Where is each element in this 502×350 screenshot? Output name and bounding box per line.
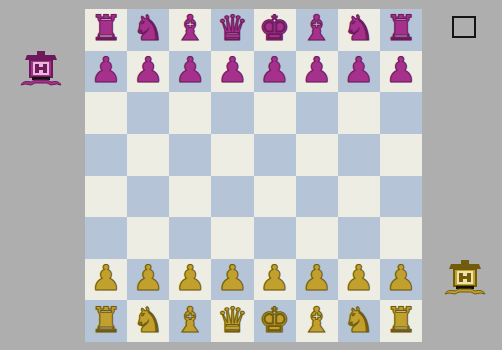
piece-white-gold-bishop[interactable]: ♝ bbox=[175, 303, 206, 338]
square-f2[interactable]: ♟ bbox=[296, 259, 338, 301]
piece-black-purple-knight[interactable]: ♞ bbox=[132, 11, 163, 46]
piece-white-gold-pawn[interactable]: ♟ bbox=[175, 261, 206, 296]
square-b7[interactable]: ♟ bbox=[127, 51, 169, 93]
square-h2[interactable]: ♟ bbox=[380, 259, 422, 301]
square-d8[interactable]: ♛ bbox=[211, 9, 253, 51]
square-e2[interactable]: ♟ bbox=[254, 259, 296, 301]
square-d1[interactable]: ♛ bbox=[211, 300, 253, 342]
square-c1[interactable]: ♝ bbox=[169, 300, 211, 342]
square-e8[interactable]: ♚ bbox=[254, 9, 296, 51]
square-h3[interactable] bbox=[380, 217, 422, 259]
piece-white-gold-pawn[interactable]: ♟ bbox=[259, 261, 290, 296]
piece-black-purple-bishop[interactable]: ♝ bbox=[301, 11, 332, 46]
square-g5[interactable] bbox=[338, 134, 380, 176]
piece-black-purple-pawn[interactable]: ♟ bbox=[259, 53, 290, 88]
square-f6[interactable] bbox=[296, 92, 338, 134]
piece-white-gold-pawn[interactable]: ♟ bbox=[343, 261, 374, 296]
square-c5[interactable] bbox=[169, 134, 211, 176]
piece-black-purple-pawn[interactable]: ♟ bbox=[217, 53, 248, 88]
square-b4[interactable] bbox=[127, 176, 169, 218]
square-b3[interactable] bbox=[127, 217, 169, 259]
square-a5[interactable] bbox=[85, 134, 127, 176]
square-h1[interactable]: ♜ bbox=[380, 300, 422, 342]
square-a8[interactable]: ♜ bbox=[85, 9, 127, 51]
piece-black-purple-queen[interactable]: ♛ bbox=[217, 11, 248, 46]
square-c2[interactable]: ♟ bbox=[169, 259, 211, 301]
square-h6[interactable] bbox=[380, 92, 422, 134]
square-g8[interactable]: ♞ bbox=[338, 9, 380, 51]
square-d7[interactable]: ♟ bbox=[211, 51, 253, 93]
square-h7[interactable]: ♟ bbox=[380, 51, 422, 93]
square-b6[interactable] bbox=[127, 92, 169, 134]
square-e5[interactable] bbox=[254, 134, 296, 176]
square-c8[interactable]: ♝ bbox=[169, 9, 211, 51]
piece-white-gold-pawn[interactable]: ♟ bbox=[132, 261, 163, 296]
square-c7[interactable]: ♟ bbox=[169, 51, 211, 93]
square-b1[interactable]: ♞ bbox=[127, 300, 169, 342]
square-f8[interactable]: ♝ bbox=[296, 9, 338, 51]
piece-white-gold-pawn[interactable]: ♟ bbox=[217, 261, 248, 296]
square-h5[interactable] bbox=[380, 134, 422, 176]
square-g3[interactable] bbox=[338, 217, 380, 259]
square-h8[interactable]: ♜ bbox=[380, 9, 422, 51]
piece-black-purple-pawn[interactable]: ♟ bbox=[385, 53, 416, 88]
black-player-rook-badge-icon bbox=[19, 51, 63, 89]
piece-white-gold-pawn[interactable]: ♟ bbox=[90, 261, 121, 296]
square-d6[interactable] bbox=[211, 92, 253, 134]
square-e1[interactable]: ♚ bbox=[254, 300, 296, 342]
square-e4[interactable] bbox=[254, 176, 296, 218]
square-g2[interactable]: ♟ bbox=[338, 259, 380, 301]
square-e7[interactable]: ♟ bbox=[254, 51, 296, 93]
corner-box-button[interactable] bbox=[452, 16, 476, 38]
square-g1[interactable]: ♞ bbox=[338, 300, 380, 342]
square-e3[interactable] bbox=[254, 217, 296, 259]
square-d4[interactable] bbox=[211, 176, 253, 218]
square-c4[interactable] bbox=[169, 176, 211, 218]
piece-white-gold-king[interactable]: ♚ bbox=[259, 303, 290, 338]
square-a2[interactable]: ♟ bbox=[85, 259, 127, 301]
square-b8[interactable]: ♞ bbox=[127, 9, 169, 51]
piece-black-purple-pawn[interactable]: ♟ bbox=[301, 53, 332, 88]
piece-black-purple-rook[interactable]: ♜ bbox=[385, 11, 416, 46]
piece-black-purple-pawn[interactable]: ♟ bbox=[90, 53, 121, 88]
piece-black-purple-pawn[interactable]: ♟ bbox=[343, 53, 374, 88]
square-a7[interactable]: ♟ bbox=[85, 51, 127, 93]
square-c3[interactable] bbox=[169, 217, 211, 259]
square-a6[interactable] bbox=[85, 92, 127, 134]
piece-white-gold-pawn[interactable]: ♟ bbox=[301, 261, 332, 296]
piece-black-purple-knight[interactable]: ♞ bbox=[343, 11, 374, 46]
piece-white-gold-pawn[interactable]: ♟ bbox=[385, 261, 416, 296]
piece-white-gold-rook[interactable]: ♜ bbox=[385, 303, 416, 338]
square-f5[interactable] bbox=[296, 134, 338, 176]
square-f4[interactable] bbox=[296, 176, 338, 218]
piece-white-gold-knight[interactable]: ♞ bbox=[343, 303, 374, 338]
square-e6[interactable] bbox=[254, 92, 296, 134]
piece-black-purple-rook[interactable]: ♜ bbox=[90, 11, 121, 46]
square-f1[interactable]: ♝ bbox=[296, 300, 338, 342]
square-a1[interactable]: ♜ bbox=[85, 300, 127, 342]
piece-white-gold-knight[interactable]: ♞ bbox=[132, 303, 163, 338]
piece-white-gold-queen[interactable]: ♛ bbox=[217, 303, 248, 338]
chess-board: ♜♞♝♛♚♝♞♜♟♟♟♟♟♟♟♟♟♟♟♟♟♟♟♟♜♞♝♛♚♝♞♜ bbox=[85, 9, 422, 342]
square-h4[interactable] bbox=[380, 176, 422, 218]
square-a3[interactable] bbox=[85, 217, 127, 259]
square-d3[interactable] bbox=[211, 217, 253, 259]
square-c6[interactable] bbox=[169, 92, 211, 134]
square-b2[interactable]: ♟ bbox=[127, 259, 169, 301]
square-g6[interactable] bbox=[338, 92, 380, 134]
piece-black-purple-pawn[interactable]: ♟ bbox=[175, 53, 206, 88]
square-d2[interactable]: ♟ bbox=[211, 259, 253, 301]
square-d5[interactable] bbox=[211, 134, 253, 176]
square-g4[interactable] bbox=[338, 176, 380, 218]
piece-black-purple-pawn[interactable]: ♟ bbox=[132, 53, 163, 88]
chess-app-window: ♜♞♝♛♚♝♞♜♟♟♟♟♟♟♟♟♟♟♟♟♟♟♟♟♜♞♝♛♚♝♞♜ bbox=[0, 0, 502, 350]
square-a4[interactable] bbox=[85, 176, 127, 218]
white-player-rook-badge-icon bbox=[443, 260, 487, 298]
square-f7[interactable]: ♟ bbox=[296, 51, 338, 93]
square-b5[interactable] bbox=[127, 134, 169, 176]
piece-white-gold-rook[interactable]: ♜ bbox=[90, 303, 121, 338]
piece-black-purple-king[interactable]: ♚ bbox=[259, 11, 290, 46]
piece-white-gold-bishop[interactable]: ♝ bbox=[301, 303, 332, 338]
square-f3[interactable] bbox=[296, 217, 338, 259]
square-g7[interactable]: ♟ bbox=[338, 51, 380, 93]
piece-black-purple-bishop[interactable]: ♝ bbox=[175, 11, 206, 46]
